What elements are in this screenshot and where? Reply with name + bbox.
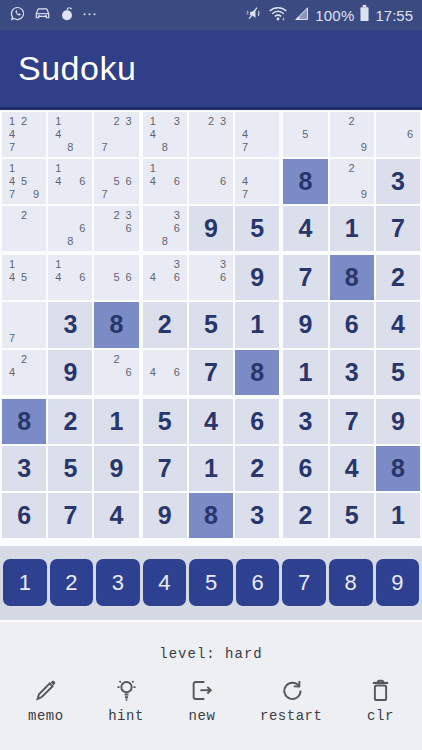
pencil-mark-4: [98, 175, 110, 188]
cell-r5c4[interactable]: 2: [143, 302, 187, 347]
pencil-mark-4: 4: [6, 175, 18, 188]
system-status-icons: 100% 17:55: [245, 4, 413, 26]
pencil-mark-3: [76, 162, 88, 175]
block-5: 3463692514678: [143, 255, 280, 394]
pencil-mark-1: 1: [52, 258, 64, 271]
pencil-mark-3: [358, 115, 370, 128]
pencil-mark-3: [30, 115, 42, 128]
cell-r1c1[interactable]: 1247: [2, 112, 46, 157]
cell-r7c7[interactable]: 3: [283, 399, 327, 444]
pencil-mark-3: 3: [217, 115, 229, 128]
cell-r2c6[interactable]: 47: [235, 159, 279, 204]
fruit-icon: [59, 5, 75, 26]
pencil-mark-9: [76, 188, 88, 201]
pencil-mark-8: [18, 284, 30, 297]
cell-r5c5[interactable]: 5: [189, 302, 233, 347]
pencil-mark-6: 6: [123, 271, 135, 284]
pencil-mark-6: 6: [404, 128, 416, 141]
pencil-mark-7: 7: [239, 141, 251, 154]
app-title: Sudoku: [18, 49, 136, 88]
cell-r7c1[interactable]: 8: [2, 399, 46, 444]
pencil-mark-5: [18, 128, 30, 141]
pencil-mark-9: [217, 141, 229, 154]
sudoku-app: 100% 17:55 Sudoku 1247148237145791465672…: [0, 0, 422, 750]
restart-label: restart: [260, 708, 322, 724]
pencil-mark-7: 7: [239, 188, 251, 201]
pencil-mark-7: [98, 379, 110, 392]
cell-r6c3[interactable]: 26: [94, 350, 138, 395]
pencil-mark-8: [346, 141, 358, 154]
cell-r2c9[interactable]: 3: [376, 159, 420, 204]
block-1: 124714823714579146567268236: [2, 112, 139, 251]
pencil-mark-1: 1: [6, 162, 18, 175]
block-2: 1348234714664736895: [143, 112, 280, 251]
block-4: 1451465673824926: [2, 255, 139, 394]
cell-r8c7[interactable]: 6: [283, 446, 327, 491]
new-game-label: new: [189, 708, 216, 724]
pencil-mark-9: [171, 141, 183, 154]
cell-r4c9[interactable]: 2: [376, 255, 420, 300]
pencil-mark-3: [171, 162, 183, 175]
cell-r8c8[interactable]: 4: [330, 446, 374, 491]
pencil-mark-9: 9: [30, 188, 42, 201]
pencil-mark-9: [217, 188, 229, 201]
pencil-mark-7: [52, 284, 64, 297]
clear-button[interactable]: clr: [367, 677, 394, 724]
pencil-mark-1: [6, 353, 18, 366]
pencil-mark-2: [64, 115, 76, 128]
pencil-mark-3: [76, 115, 88, 128]
pencil-mark-2: [159, 115, 171, 128]
pencil-mark-1: [6, 305, 18, 318]
pencil-mark-5: [64, 271, 76, 284]
pencil-mark-3: 3: [171, 209, 183, 222]
pencil-mark-4: [98, 366, 110, 379]
cell-r9c9[interactable]: 1: [376, 493, 420, 538]
pencil-mark-5: [18, 222, 30, 235]
cell-r2c7[interactable]: 8: [283, 159, 327, 204]
block-3: 52968293417: [283, 112, 420, 251]
cell-r2c1[interactable]: 14579: [2, 159, 46, 204]
cell-r5c2[interactable]: 3: [48, 302, 92, 347]
trash-icon: [367, 677, 394, 704]
pencil-mark-5: 5: [111, 175, 123, 188]
cell-r8c5[interactable]: 1: [189, 446, 233, 491]
cell-r8c6[interactable]: 2: [235, 446, 279, 491]
pencil-mark-7: [147, 188, 159, 201]
pencil-mark-9: [171, 284, 183, 297]
pencil-mark-1: [98, 209, 110, 222]
new-game-button[interactable]: new: [188, 677, 215, 724]
pencil-mark-1: [98, 258, 110, 271]
pencil-mark-3: [123, 258, 135, 271]
pencil-mark-7: [6, 284, 18, 297]
pencil-mark-1: [193, 162, 205, 175]
pencil-mark-7: [147, 284, 159, 297]
pencil-mark-4: [287, 128, 299, 141]
pencil-mark-2: [251, 162, 263, 175]
memo-button[interactable]: memo: [28, 677, 64, 724]
pencil-mark-2: 2: [111, 353, 123, 366]
pencil-mark-3: 3: [217, 258, 229, 271]
pencil-mark-3: 3: [123, 115, 135, 128]
pencil-mark-2: [111, 162, 123, 175]
cell-r1c8[interactable]: 29: [330, 112, 374, 157]
pencil-mark-8: [18, 379, 30, 392]
numpad-4[interactable]: 4: [143, 559, 187, 606]
cell-r9c7[interactable]: 2: [283, 493, 327, 538]
block-6: 782964135: [283, 255, 420, 394]
cell-r3c6[interactable]: 5: [235, 206, 279, 251]
pencil-mark-6: [311, 128, 323, 141]
numpad-6[interactable]: 6: [236, 559, 280, 606]
cell-r4c4[interactable]: 346: [143, 255, 187, 300]
pencil-mark-8: [205, 141, 217, 154]
pencil-mark-1: [239, 115, 251, 128]
pencil-mark-2: 2: [111, 209, 123, 222]
hint-button[interactable]: hint: [108, 677, 144, 724]
cell-r9c5[interactable]: 8: [189, 493, 233, 538]
cell-r6c1[interactable]: 24: [2, 350, 46, 395]
pencil-mark-5: [159, 175, 171, 188]
pencil-mark-3: 3: [171, 115, 183, 128]
pencil-mark-1: [98, 115, 110, 128]
pencil-mark-6: 6: [217, 271, 229, 284]
pencil-mark-8: [18, 188, 30, 201]
pencil-mark-1: [334, 115, 346, 128]
numpad-7[interactable]: 7: [282, 559, 326, 606]
pencil-mark-9: 9: [358, 141, 370, 154]
pencil-mark-2: [18, 258, 30, 271]
pencil-mark-4: [98, 128, 110, 141]
pencil-mark-5: [346, 175, 358, 188]
lightbulb-icon: [113, 677, 140, 704]
numpad-3[interactable]: 3: [96, 559, 140, 606]
cell-r6c9[interactable]: 5: [376, 350, 420, 395]
cell-r4c1[interactable]: 145: [2, 255, 46, 300]
pencil-mark-1: [98, 353, 110, 366]
pencil-mark-5: [159, 271, 171, 284]
pencil-mark-4: [98, 222, 110, 235]
numpad-9[interactable]: 9: [376, 559, 420, 606]
pencil-mark-3: [171, 353, 183, 366]
pencil-mark-7: 7: [98, 188, 110, 201]
pencil-mark-7: [193, 141, 205, 154]
pencil-mark-1: [239, 162, 251, 175]
numpad-2[interactable]: 2: [50, 559, 94, 606]
battery-icon: [359, 4, 370, 26]
pencil-mark-4: [98, 271, 110, 284]
cell-r8c1[interactable]: 3: [2, 446, 46, 491]
cell-r5c1[interactable]: 7: [2, 302, 46, 347]
cell-r4c3[interactable]: 56: [94, 255, 138, 300]
numpad-1[interactable]: 1: [3, 559, 47, 606]
pencil-mark-2: [64, 258, 76, 271]
car-icon: [33, 5, 52, 26]
cell-r2c8[interactable]: 29: [330, 159, 374, 204]
pencil-mark-6: 6: [217, 175, 229, 188]
pencil-mark-6: [217, 128, 229, 141]
pencil-mark-8: [18, 141, 30, 154]
pencil-mark-8: [159, 284, 171, 297]
pencil-mark-8: 8: [64, 141, 76, 154]
pencil-mark-7: [334, 188, 346, 201]
cell-r9c4[interactable]: 9: [143, 493, 187, 538]
pencil-mark-7: [6, 235, 18, 248]
cell-r1c2[interactable]: 148: [48, 112, 92, 157]
pencil-mark-5: [111, 366, 123, 379]
pencil-mark-7: [52, 188, 64, 201]
pencil-mark-9: [30, 235, 42, 248]
cell-r5c9[interactable]: 4: [376, 302, 420, 347]
pencil-mark-4: 4: [147, 128, 159, 141]
pencil-mark-5: [111, 128, 123, 141]
pencil-mark-9: 9: [358, 188, 370, 201]
numpad-8[interactable]: 8: [329, 559, 373, 606]
cell-r8c4[interactable]: 7: [143, 446, 187, 491]
cell-r6c5[interactable]: 7: [189, 350, 233, 395]
cell-r5c7[interactable]: 9: [283, 302, 327, 347]
pencil-mark-8: [205, 284, 217, 297]
pencil-mark-8: [18, 332, 30, 345]
pencil-mark-1: [193, 258, 205, 271]
cell-r7c2[interactable]: 2: [48, 399, 92, 444]
numpad: 123456789: [0, 546, 422, 620]
cell-r4c8[interactable]: 8: [330, 255, 374, 300]
cell-r6c2[interactable]: 9: [48, 350, 92, 395]
pencil-mark-9: [123, 188, 135, 201]
pencil-mark-3: 3: [123, 209, 135, 222]
pencil-mark-6: [30, 175, 42, 188]
pencil-icon: [32, 677, 59, 704]
pencil-mark-4: [6, 318, 18, 331]
pencil-mark-6: [263, 128, 275, 141]
pencil-mark-6: 6: [123, 175, 135, 188]
cell-r5c6[interactable]: 1: [235, 302, 279, 347]
pencil-mark-6: 6: [123, 222, 135, 235]
pencil-mark-4: 4: [239, 128, 251, 141]
pencil-mark-5: [18, 366, 30, 379]
numpad-5[interactable]: 5: [189, 559, 233, 606]
pencil-mark-2: [64, 162, 76, 175]
pencil-mark-7: [147, 235, 159, 248]
restart-button[interactable]: restart: [260, 677, 322, 724]
pencil-mark-8: [111, 284, 123, 297]
cell-r6c7[interactable]: 1: [283, 350, 327, 395]
pencil-mark-5: 5: [18, 175, 30, 188]
pencil-mark-7: [147, 141, 159, 154]
pencil-mark-2: [159, 209, 171, 222]
pencil-mark-8: [346, 188, 358, 201]
pencil-mark-3: [263, 115, 275, 128]
cell-r5c8[interactable]: 6: [330, 302, 374, 347]
cell-r9c3[interactable]: 4: [94, 493, 138, 538]
level-indicator: level: hard: [0, 646, 422, 662]
pencil-mark-9: [311, 141, 323, 154]
pencil-mark-2: [205, 258, 217, 271]
pencil-mark-2: [18, 305, 30, 318]
cell-r9c2[interactable]: 7: [48, 493, 92, 538]
pencil-mark-4: 4: [239, 175, 251, 188]
pencil-mark-3: [217, 162, 229, 175]
pencil-mark-7: [6, 379, 18, 392]
cell-r1c5[interactable]: 23: [189, 112, 233, 157]
cell-r3c4[interactable]: 368: [143, 206, 187, 251]
pencil-mark-3: [123, 162, 135, 175]
pencil-mark-7: [52, 141, 64, 154]
cell-r4c6[interactable]: 9: [235, 255, 279, 300]
pencil-mark-4: 4: [6, 128, 18, 141]
battery-percent-text: 100%: [315, 7, 354, 24]
sudoku-board: 1247148237145791465672682361348234714664…: [0, 110, 422, 546]
pencil-mark-6: [30, 271, 42, 284]
pencil-mark-4: [380, 128, 392, 141]
pencil-mark-1: [147, 258, 159, 271]
pencil-mark-9: [76, 235, 88, 248]
pencil-mark-2: 2: [346, 162, 358, 175]
cell-r7c6[interactable]: 6: [235, 399, 279, 444]
pencil-mark-5: [64, 222, 76, 235]
pencil-mark-8: [251, 141, 263, 154]
pencil-mark-9: [123, 284, 135, 297]
memo-label: memo: [28, 708, 64, 724]
pencil-mark-9: [30, 379, 42, 392]
pencil-mark-5: 5: [18, 271, 30, 284]
pencil-mark-9: [404, 141, 416, 154]
cell-r1c9[interactable]: 6: [376, 112, 420, 157]
pencil-mark-5: [159, 366, 171, 379]
cell-r1c4[interactable]: 1348: [143, 112, 187, 157]
pencil-mark-3: [123, 353, 135, 366]
cell-r3c1[interactable]: 2: [2, 206, 46, 251]
pencil-mark-8: [64, 284, 76, 297]
cell-r2c2[interactable]: 146: [48, 159, 92, 204]
pencil-mark-4: 4: [6, 366, 18, 379]
cell-r8c2[interactable]: 5: [48, 446, 92, 491]
pencil-mark-5: [251, 175, 263, 188]
pencil-mark-9: [123, 379, 135, 392]
pencil-mark-1: 1: [52, 115, 64, 128]
new-game-icon: [188, 677, 215, 704]
pencil-mark-5: [111, 222, 123, 235]
pencil-mark-6: 6: [123, 366, 135, 379]
cell-r8c9[interactable]: 8: [376, 446, 420, 491]
pencil-mark-5: [205, 271, 217, 284]
cell-r5c3[interactable]: 8: [94, 302, 138, 347]
cell-r6c8[interactable]: 3: [330, 350, 374, 395]
cell-r7c9[interactable]: 9: [376, 399, 420, 444]
pencil-mark-6: [30, 128, 42, 141]
cell-r9c8[interactable]: 5: [330, 493, 374, 538]
pencil-mark-6: [263, 175, 275, 188]
pencil-mark-1: 1: [147, 162, 159, 175]
pencil-mark-9: [217, 284, 229, 297]
pencil-mark-5: [159, 128, 171, 141]
pencil-mark-6: [171, 128, 183, 141]
pencil-mark-7: [380, 141, 392, 154]
cell-r9c1[interactable]: 6: [2, 493, 46, 538]
pencil-mark-6: [358, 128, 370, 141]
pencil-mark-3: [30, 209, 42, 222]
pencil-mark-8: [159, 188, 171, 201]
cell-r6c6[interactable]: 8: [235, 350, 279, 395]
cell-r3c7[interactable]: 4: [283, 206, 327, 251]
pencil-mark-4: [52, 222, 64, 235]
pencil-mark-7: [98, 284, 110, 297]
cell-r3c9[interactable]: 7: [376, 206, 420, 251]
pencil-mark-6: 6: [76, 175, 88, 188]
cell-r7c5[interactable]: 4: [189, 399, 233, 444]
cell-r1c7[interactable]: 5: [283, 112, 327, 157]
pencil-mark-4: 4: [147, 271, 159, 284]
cell-r4c2[interactable]: 146: [48, 255, 92, 300]
cell-r3c5[interactable]: 9: [189, 206, 233, 251]
pencil-mark-4: [147, 222, 159, 235]
cell-r9c6[interactable]: 3: [235, 493, 279, 538]
pencil-mark-9: [263, 188, 275, 201]
pencil-mark-8: [111, 188, 123, 201]
cell-r3c3[interactable]: 236: [94, 206, 138, 251]
pencil-mark-5: [159, 222, 171, 235]
pencil-mark-8: [18, 235, 30, 248]
pencil-mark-3: [358, 162, 370, 175]
cell-r3c8[interactable]: 1: [330, 206, 374, 251]
pencil-mark-6: 6: [171, 222, 183, 235]
pencil-mark-3: [76, 209, 88, 222]
pencil-mark-7: [147, 379, 159, 392]
cell-r7c8[interactable]: 7: [330, 399, 374, 444]
cell-r7c3[interactable]: 1: [94, 399, 138, 444]
clock-text: 17:55: [375, 7, 413, 24]
cell-r1c6[interactable]: 47: [235, 112, 279, 157]
pencil-mark-2: [18, 162, 30, 175]
pencil-mark-3: [76, 258, 88, 271]
pencil-mark-5: [205, 175, 217, 188]
cell-r2c4[interactable]: 146: [143, 159, 187, 204]
cell-r6c4[interactable]: 46: [143, 350, 187, 395]
pencil-mark-6: 6: [171, 175, 183, 188]
pencil-mark-4: [6, 222, 18, 235]
pencil-mark-6: [30, 366, 42, 379]
cell-r1c3[interactable]: 237: [94, 112, 138, 157]
cell-r4c7[interactable]: 7: [283, 255, 327, 300]
pencil-mark-7: [193, 188, 205, 201]
pencil-mark-5: [346, 128, 358, 141]
cell-r4c5[interactable]: 36: [189, 255, 233, 300]
pencil-mark-8: [111, 141, 123, 154]
cell-r7c4[interactable]: 5: [143, 399, 187, 444]
pencil-mark-2: 2: [18, 209, 30, 222]
pencil-mark-5: [392, 128, 404, 141]
cell-r2c5[interactable]: 6: [189, 159, 233, 204]
pencil-mark-4: 4: [147, 175, 159, 188]
clear-label: clr: [367, 708, 394, 724]
cell-r2c3[interactable]: 567: [94, 159, 138, 204]
whatsapp-icon: [9, 5, 26, 26]
pencil-mark-8: [111, 235, 123, 248]
pencil-mark-9: [30, 332, 42, 345]
pencil-mark-6: [30, 222, 42, 235]
pencil-mark-2: [251, 115, 263, 128]
pencil-mark-9: [263, 141, 275, 154]
pencil-mark-4: [193, 175, 205, 188]
pencil-mark-1: [334, 162, 346, 175]
pencil-mark-4: 4: [6, 271, 18, 284]
cell-r8c3[interactable]: 9: [94, 446, 138, 491]
pencil-mark-8: [299, 141, 311, 154]
cell-r3c2[interactable]: 68: [48, 206, 92, 251]
pencil-mark-1: [287, 115, 299, 128]
